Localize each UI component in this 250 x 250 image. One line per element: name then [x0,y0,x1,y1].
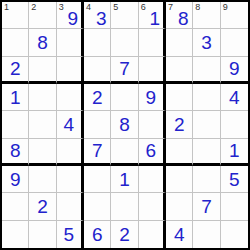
cell-r4c3[interactable] [57,84,84,111]
cell-r8c4[interactable] [84,193,111,220]
cell-r7c8[interactable] [193,166,220,193]
given-digit: 1 [119,170,130,189]
given-digit: 2 [10,59,21,78]
cell-r7c4[interactable] [84,166,111,193]
cell-r9c4[interactable]: 6 [84,221,111,248]
cell-r8c8[interactable]: 7 [193,193,220,220]
cell-r6c5[interactable] [111,139,138,166]
cell-r5c1[interactable] [2,111,29,138]
cell-r6c7[interactable] [166,139,193,166]
cell-r9c5[interactable]: 2 [111,221,138,248]
given-digit: 2 [37,197,48,216]
cell-r2c9[interactable] [221,29,248,56]
given-digit: 2 [174,115,185,134]
cell-r1c5[interactable]: 5 [111,2,138,29]
cell-r6c4[interactable]: 7 [84,139,111,166]
cell-r3c8[interactable] [193,57,220,84]
cell-r3c6[interactable] [139,57,166,84]
given-digit: 2 [119,225,130,244]
given-digit: 7 [201,197,212,216]
given-digit: 9 [146,88,157,107]
cell-r6c9[interactable]: 1 [221,139,248,166]
cell-r9c9[interactable] [221,221,248,248]
cell-r9c8[interactable] [193,221,220,248]
cell-r8c5[interactable] [111,193,138,220]
cell-r2c4[interactable] [84,29,111,56]
column-label: 3 [59,2,64,12]
cell-r1c4[interactable]: 43 [84,2,111,29]
given-digit: 3 [201,33,212,52]
cell-r8c1[interactable] [2,193,29,220]
cell-r9c2[interactable] [29,221,56,248]
given-digit: 3 [96,9,107,28]
cell-r2c7[interactable] [166,29,193,56]
cell-r3c7[interactable] [166,57,193,84]
cell-r9c3[interactable]: 5 [57,221,84,248]
given-digit: 6 [92,225,103,244]
cell-r7c3[interactable] [57,166,84,193]
cell-r4c8[interactable] [193,84,220,111]
given-digit: 1 [10,88,21,107]
cell-r7c7[interactable] [166,166,193,193]
column-label: 1 [4,2,9,12]
cell-r5c5[interactable]: 8 [111,111,138,138]
cell-r2c6[interactable] [139,29,166,56]
cell-r2c2[interactable]: 8 [29,29,56,56]
cell-r5c4[interactable] [84,111,111,138]
given-digit: 9 [68,9,79,28]
cell-r4c1[interactable]: 1 [2,84,29,111]
cell-r3c9[interactable]: 9 [221,57,248,84]
cell-r8c6[interactable] [139,193,166,220]
cell-r3c5[interactable]: 7 [111,57,138,84]
cell-r1c8[interactable]: 8 [193,2,220,29]
cell-r8c9[interactable] [221,193,248,220]
given-digit: 8 [10,141,21,160]
given-digit: 5 [64,225,75,244]
cell-r6c2[interactable] [29,139,56,166]
cell-r2c3[interactable] [57,29,84,56]
cell-r4c9[interactable]: 4 [221,84,248,111]
given-digit: 7 [92,141,103,160]
column-label: 8 [195,2,200,12]
given-digit: 8 [37,33,48,52]
cell-r9c6[interactable] [139,221,166,248]
cell-r8c3[interactable] [57,193,84,220]
cell-r6c3[interactable] [57,139,84,166]
cell-r6c8[interactable] [193,139,220,166]
cell-r3c4[interactable] [84,57,111,84]
cell-r4c4[interactable]: 2 [84,84,111,111]
cell-r8c7[interactable] [166,193,193,220]
column-label: 7 [168,2,173,12]
cell-r4c6[interactable]: 9 [139,84,166,111]
cell-r5c7[interactable]: 2 [166,111,193,138]
given-digit: 4 [229,88,240,107]
cell-r1c3[interactable]: 39 [57,2,84,29]
cell-r5c9[interactable] [221,111,248,138]
sudoku-board: 12394356178898327912944828761915275624 [0,0,250,250]
cell-r6c6[interactable]: 6 [139,139,166,166]
given-digit: 1 [150,9,161,28]
given-digit: 4 [174,225,185,244]
cell-r7c9[interactable]: 5 [221,166,248,193]
cell-r1c7[interactable]: 78 [166,2,193,29]
cell-r3c2[interactable] [29,57,56,84]
cell-r9c7[interactable]: 4 [166,221,193,248]
cell-r7c1[interactable]: 9 [2,166,29,193]
cell-r6c1[interactable]: 8 [2,139,29,166]
cell-r7c6[interactable] [139,166,166,193]
given-digit: 5 [229,170,240,189]
cell-r7c2[interactable] [29,166,56,193]
cell-r1c9[interactable]: 9 [221,2,248,29]
given-digit: 8 [178,9,189,28]
column-label: 2 [31,2,36,12]
cell-r5c2[interactable] [29,111,56,138]
given-digit: 1 [229,141,240,160]
given-digit: 4 [64,115,75,134]
given-digit: 7 [119,59,130,78]
column-label: 4 [86,2,91,12]
column-label: 9 [223,2,228,12]
given-digit: 2 [92,88,103,107]
column-label: 5 [113,2,118,12]
given-digit: 8 [119,115,130,134]
given-digit: 9 [10,170,21,189]
given-digit: 6 [146,141,157,160]
cell-r2c1[interactable] [2,29,29,56]
column-label: 6 [141,2,146,12]
cell-r1c1[interactable]: 1 [2,2,29,29]
cell-r9c1[interactable] [2,221,29,248]
cell-r5c6[interactable] [139,111,166,138]
cell-r7c5[interactable]: 1 [111,166,138,193]
given-digit: 9 [229,59,240,78]
cell-r4c7[interactable] [166,84,193,111]
cell-r5c8[interactable] [193,111,220,138]
cell-r1c2[interactable]: 2 [29,2,56,29]
cell-r4c5[interactable] [111,84,138,111]
cell-r1c6[interactable]: 61 [139,2,166,29]
cell-r8c2[interactable]: 2 [29,193,56,220]
cell-r3c1[interactable]: 2 [2,57,29,84]
cell-r3c3[interactable] [57,57,84,84]
cell-r4c2[interactable] [29,84,56,111]
cell-r5c3[interactable]: 4 [57,111,84,138]
cell-r2c8[interactable]: 3 [193,29,220,56]
cell-r2c5[interactable] [111,29,138,56]
